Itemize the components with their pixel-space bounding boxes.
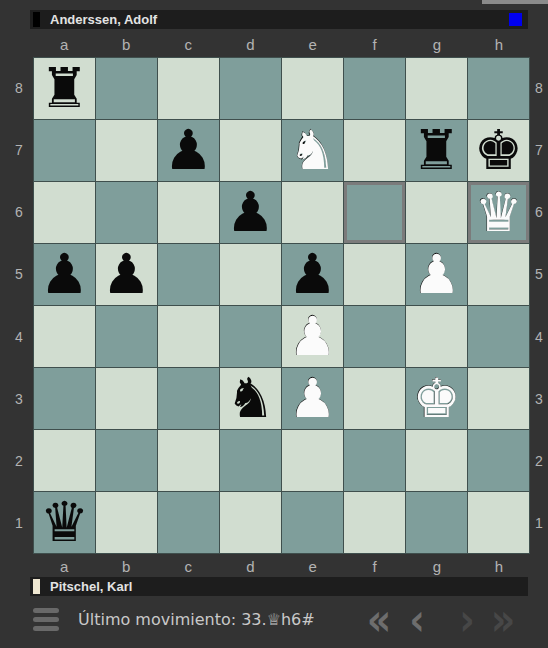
file-labels-top: abcdefgh [33,33,530,55]
square-h3[interactable] [468,368,529,429]
rank-label-2: 2 [528,430,548,492]
file-label-f: f [344,555,406,577]
board: ♜♟♞♘♜♚♟♛♕♟♟♟♟♙♟♙♞♟♙♚♔♛ [33,57,530,554]
square-g3[interactable]: ♚♔ [406,368,467,429]
white-side-indicator [33,579,40,594]
square-d1[interactable] [220,492,281,553]
player-name-bottom: Pitschel, Karl [50,579,132,594]
file-label-g: g [406,555,468,577]
square-g6[interactable] [406,182,467,243]
square-b8[interactable] [96,58,157,119]
rank-label-7: 7 [528,119,548,181]
square-e6[interactable] [282,182,343,243]
file-label-d: d [219,555,281,577]
player-name-top: Anderssen, Adolf [50,12,157,27]
file-label-a: a [33,33,95,55]
nav-last-button[interactable]: » [486,595,520,646]
square-a3[interactable] [34,368,95,429]
player-bar-bottom: Pitschel, Karl [30,577,528,596]
square-d7[interactable] [220,120,281,181]
square-c8[interactable] [158,58,219,119]
chess-app: Anderssen, Adolf abcdefgh 87654321 ♜♟♞♘♜… [0,0,548,648]
rank-label-4: 4 [8,306,30,368]
nav-next-button[interactable]: › [450,595,484,646]
square-d8[interactable] [220,58,281,119]
square-h6[interactable]: ♛♕ [468,182,529,243]
piece-black-pawn[interactable]: ♟ [96,244,157,305]
piece-white-pawn[interactable]: ♟♙ [282,306,343,367]
piece-black-rook[interactable]: ♜ [406,120,467,181]
square-a8[interactable]: ♜ [34,58,95,119]
file-label-b: b [95,33,157,55]
square-b1[interactable] [96,492,157,553]
square-e1[interactable] [282,492,343,553]
piece-white-pawn[interactable]: ♟♙ [282,368,343,429]
rank-label-4: 4 [528,306,548,368]
file-label-h: h [468,555,530,577]
square-g2[interactable] [406,430,467,491]
square-d5[interactable] [220,244,281,305]
scrollbar-fragment [482,0,548,4]
square-f4[interactable] [344,306,405,367]
piece-white-pawn[interactable]: ♟♙ [406,244,467,305]
square-b3[interactable] [96,368,157,429]
rank-labels-left: 87654321 [8,57,30,554]
square-g4[interactable] [406,306,467,367]
move-indicator-icon [509,13,522,26]
square-a1[interactable]: ♛ [34,492,95,553]
square-f1[interactable] [344,492,405,553]
square-g5[interactable]: ♟♙ [406,244,467,305]
menu-icon[interactable] [33,608,59,631]
square-d2[interactable] [220,430,281,491]
file-label-h: h [468,33,530,55]
piece-black-pawn[interactable]: ♟ [282,244,343,305]
piece-white-queen[interactable]: ♛♕ [468,182,529,243]
piece-black-king[interactable]: ♚ [468,120,529,181]
piece-black-pawn[interactable]: ♟ [34,244,95,305]
nav-prev-button[interactable]: ‹ [400,595,434,646]
square-f3[interactable] [344,368,405,429]
piece-black-pawn[interactable]: ♟ [158,120,219,181]
piece-black-pawn[interactable]: ♟ [220,182,281,243]
file-labels-bottom: abcdefgh [33,555,530,577]
black-side-indicator [33,12,40,27]
square-g7[interactable]: ♜ [406,120,467,181]
square-e7[interactable]: ♞♘ [282,120,343,181]
last-move-text: Último movimiento: 33.♕h6# [78,610,315,629]
square-g1[interactable] [406,492,467,553]
square-e8[interactable] [282,58,343,119]
square-d3[interactable]: ♞ [220,368,281,429]
rank-label-3: 3 [528,368,548,430]
nav-first-button[interactable]: « [362,595,396,646]
square-f5[interactable] [344,244,405,305]
rank-label-6: 6 [8,181,30,243]
square-a6[interactable] [34,182,95,243]
piece-black-rook[interactable]: ♜ [34,58,95,119]
player-bar-top: Anderssen, Adolf [30,10,528,29]
square-h8[interactable] [468,58,529,119]
file-label-c: c [157,33,219,55]
file-label-a: a [33,555,95,577]
square-c5[interactable] [158,244,219,305]
square-f8[interactable] [344,58,405,119]
file-label-g: g [406,33,468,55]
rank-labels-right: 87654321 [528,57,548,554]
rank-label-2: 2 [8,430,30,492]
square-f6[interactable] [344,182,405,243]
square-d6[interactable]: ♟ [220,182,281,243]
file-label-d: d [219,33,281,55]
piece-black-queen[interactable]: ♛ [34,492,95,553]
square-a2[interactable] [34,430,95,491]
square-c3[interactable] [158,368,219,429]
square-c7[interactable]: ♟ [158,120,219,181]
rank-label-8: 8 [528,57,548,119]
square-a4[interactable] [34,306,95,367]
file-label-b: b [95,555,157,577]
square-c1[interactable] [158,492,219,553]
square-h5[interactable] [468,244,529,305]
square-h1[interactable] [468,492,529,553]
square-f7[interactable] [344,120,405,181]
square-c4[interactable] [158,306,219,367]
square-b2[interactable] [96,430,157,491]
piece-white-king[interactable]: ♚♔ [406,368,467,429]
square-c2[interactable] [158,430,219,491]
square-a7[interactable] [34,120,95,181]
square-e2[interactable] [282,430,343,491]
square-c6[interactable] [158,182,219,243]
square-a5[interactable]: ♟ [34,244,95,305]
file-label-c: c [157,555,219,577]
file-label-e: e [282,555,344,577]
square-b5[interactable]: ♟ [96,244,157,305]
rank-label-8: 8 [8,57,30,119]
square-e5[interactable]: ♟ [282,244,343,305]
square-d4[interactable] [220,306,281,367]
rank-label-7: 7 [8,119,30,181]
square-h4[interactable] [468,306,529,367]
rank-label-1: 1 [8,492,30,554]
square-g8[interactable] [406,58,467,119]
rank-label-5: 5 [8,243,30,305]
square-f2[interactable] [344,430,405,491]
square-b7[interactable] [96,120,157,181]
square-b6[interactable] [96,182,157,243]
rank-label-5: 5 [528,243,548,305]
rank-label-6: 6 [528,181,548,243]
piece-white-knight[interactable]: ♞♘ [282,120,343,181]
piece-black-knight[interactable]: ♞ [220,368,281,429]
square-h7[interactable]: ♚ [468,120,529,181]
file-label-e: e [282,33,344,55]
square-b4[interactable] [96,306,157,367]
file-label-f: f [344,33,406,55]
rank-label-3: 3 [8,368,30,430]
rank-label-1: 1 [528,492,548,554]
square-e4[interactable]: ♟♙ [282,306,343,367]
square-h2[interactable] [468,430,529,491]
square-e3[interactable]: ♟♙ [282,368,343,429]
